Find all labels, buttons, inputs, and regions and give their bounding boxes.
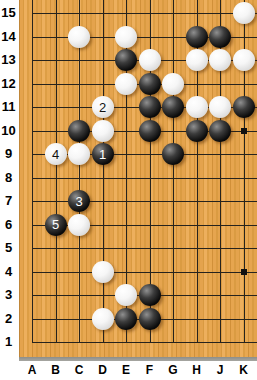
intersection-D1[interactable] [91, 330, 115, 354]
intersection-C15[interactable] [67, 1, 91, 25]
stone-black-H10[interactable] [186, 120, 208, 142]
intersection-C14[interactable] [67, 25, 91, 49]
column-label-G: G [165, 363, 181, 378]
intersection-B6[interactable]: 5 [44, 213, 68, 237]
intersection-A8[interactable] [20, 166, 44, 190]
intersection-C13[interactable] [67, 48, 91, 72]
intersection-H7[interactable] [185, 189, 209, 213]
row-label-4: 4 [0, 264, 17, 280]
intersection-B1[interactable] [44, 330, 68, 354]
intersection-J11[interactable] [208, 95, 232, 119]
intersection-H8[interactable] [185, 166, 209, 190]
stone-black-C7[interactable]: 3 [68, 190, 90, 212]
intersection-C2[interactable] [67, 307, 91, 331]
intersection-B4[interactable] [44, 260, 68, 284]
stone-black-F3[interactable] [139, 284, 161, 306]
intersection-J5[interactable] [208, 236, 232, 260]
column-label-E: E [118, 363, 134, 378]
intersection-B9[interactable]: 4 [44, 142, 68, 166]
intersection-F13[interactable] [138, 48, 162, 72]
intersection-F14[interactable] [138, 25, 162, 49]
intersection-D9[interactable]: 1 [91, 142, 115, 166]
move-number-label: 4 [52, 148, 59, 161]
intersection-B2[interactable] [44, 307, 68, 331]
stone-black-K11[interactable] [233, 96, 255, 118]
row-label-1: 1 [0, 334, 17, 350]
intersection-K9[interactable] [232, 142, 256, 166]
row-label-3: 3 [0, 287, 17, 303]
row-label-2: 2 [0, 311, 17, 327]
stone-black-F12[interactable] [139, 73, 161, 95]
intersection-A3[interactable] [20, 283, 44, 307]
intersection-B14[interactable] [44, 25, 68, 49]
intersection-D15[interactable] [91, 1, 115, 25]
column-label-A: A [24, 363, 40, 378]
intersection-D13[interactable] [91, 48, 115, 72]
intersection-C1[interactable] [67, 330, 91, 354]
intersection-H9[interactable] [185, 142, 209, 166]
intersection-F15[interactable] [138, 1, 162, 25]
stone-white-D4[interactable] [92, 261, 114, 283]
intersection-F3[interactable] [138, 283, 162, 307]
intersection-E13[interactable] [114, 48, 138, 72]
intersection-A11[interactable] [20, 95, 44, 119]
stone-black-G11[interactable] [162, 96, 184, 118]
column-label-H: H [189, 363, 205, 378]
intersection-C12[interactable] [67, 72, 91, 96]
intersection-J13[interactable] [208, 48, 232, 72]
column-label-B: B [48, 363, 64, 378]
intersection-G12[interactable] [161, 72, 185, 96]
intersection-H11[interactable] [185, 95, 209, 119]
intersection-C3[interactable] [67, 283, 91, 307]
intersection-K13[interactable] [232, 48, 256, 72]
intersection-F2[interactable] [138, 307, 162, 331]
column-label-J: J [212, 363, 228, 378]
intersection-F5[interactable] [138, 236, 162, 260]
intersection-K12[interactable] [232, 72, 256, 96]
intersection-A7[interactable] [20, 189, 44, 213]
intersection-D6[interactable] [91, 213, 115, 237]
stone-white-H11[interactable] [186, 96, 208, 118]
intersection-G8[interactable] [161, 166, 185, 190]
stone-white-F13[interactable] [139, 49, 161, 71]
intersection-K4[interactable] [232, 260, 256, 284]
row-label-5: 5 [0, 240, 17, 256]
stone-white-K15[interactable] [233, 2, 255, 24]
intersection-D8[interactable] [91, 166, 115, 190]
intersection-J6[interactable] [208, 213, 232, 237]
intersection-J4[interactable] [208, 260, 232, 284]
intersection-J14[interactable] [208, 25, 232, 49]
intersection-K1[interactable] [232, 330, 256, 354]
row-label-11: 11 [0, 99, 17, 115]
stone-black-F2[interactable] [139, 308, 161, 330]
intersection-A2[interactable] [20, 307, 44, 331]
intersection-C6[interactable] [67, 213, 91, 237]
intersection-H2[interactable] [185, 307, 209, 331]
intersection-G13[interactable] [161, 48, 185, 72]
intersection-J9[interactable] [208, 142, 232, 166]
intersection-B3[interactable] [44, 283, 68, 307]
stone-black-C10[interactable] [68, 120, 90, 142]
intersection-C5[interactable] [67, 236, 91, 260]
intersection-K2[interactable] [232, 307, 256, 331]
stone-black-E13[interactable] [115, 49, 137, 71]
intersection-H5[interactable] [185, 236, 209, 260]
intersection-J2[interactable] [208, 307, 232, 331]
intersection-A5[interactable] [20, 236, 44, 260]
move-number-label: 3 [75, 195, 82, 208]
intersection-H12[interactable] [185, 72, 209, 96]
intersection-A6[interactable] [20, 213, 44, 237]
intersection-G14[interactable] [161, 25, 185, 49]
intersection-H15[interactable] [185, 1, 209, 25]
intersection-K6[interactable] [232, 213, 256, 237]
intersection-B15[interactable] [44, 1, 68, 25]
intersection-G7[interactable] [161, 189, 185, 213]
intersection-H4[interactable] [185, 260, 209, 284]
intersection-A14[interactable] [20, 25, 44, 49]
intersection-C9[interactable] [67, 142, 91, 166]
intersection-A12[interactable] [20, 72, 44, 96]
intersection-A10[interactable] [20, 119, 44, 143]
intersection-C4[interactable] [67, 260, 91, 284]
intersection-B13[interactable] [44, 48, 68, 72]
intersection-E15[interactable] [114, 1, 138, 25]
move-number-label: 1 [99, 148, 106, 161]
stone-white-D11[interactable]: 2 [92, 96, 114, 118]
intersection-J3[interactable] [208, 283, 232, 307]
stone-white-E14[interactable] [115, 26, 137, 48]
row-label-13: 13 [0, 52, 17, 68]
intersection-F12[interactable] [138, 72, 162, 96]
stone-black-B6[interactable]: 5 [45, 214, 67, 236]
intersection-E2[interactable] [114, 307, 138, 331]
intersection-F10[interactable] [138, 119, 162, 143]
intersection-E9[interactable] [114, 142, 138, 166]
stone-black-F10[interactable] [139, 120, 161, 142]
intersection-G9[interactable] [161, 142, 185, 166]
stone-black-J14[interactable] [209, 26, 231, 48]
intersection-H1[interactable] [185, 330, 209, 354]
intersection-G2[interactable] [161, 307, 185, 331]
row-label-6: 6 [0, 217, 17, 233]
column-label-C: C [71, 363, 87, 378]
intersection-E6[interactable] [114, 213, 138, 237]
intersection-G10[interactable] [161, 119, 185, 143]
row-label-9: 9 [0, 146, 17, 162]
column-label-F: F [142, 363, 158, 378]
intersection-C8[interactable] [67, 166, 91, 190]
intersection-J15[interactable] [208, 1, 232, 25]
intersection-D4[interactable] [91, 260, 115, 284]
intersection-C10[interactable] [67, 119, 91, 143]
stone-black-E2[interactable] [115, 308, 137, 330]
intersection-A15[interactable] [20, 1, 44, 25]
intersection-E7[interactable] [114, 189, 138, 213]
stone-black-H14[interactable] [186, 26, 208, 48]
row-label-10: 10 [0, 123, 17, 139]
intersection-J7[interactable] [208, 189, 232, 213]
intersection-F9[interactable] [138, 142, 162, 166]
intersection-B8[interactable] [44, 166, 68, 190]
intersection-K5[interactable] [232, 236, 256, 260]
go-board-viewer: 24135 151413121110987654321 ABCDEFGHJK [0, 0, 257, 380]
intersection-F8[interactable] [138, 166, 162, 190]
intersection-F6[interactable] [138, 213, 162, 237]
move-number-label: 2 [99, 101, 106, 114]
intersection-D2[interactable] [91, 307, 115, 331]
intersection-K10[interactable] [232, 119, 256, 143]
intersection-H13[interactable] [185, 48, 209, 72]
intersection-E1[interactable] [114, 330, 138, 354]
intersection-H10[interactable] [185, 119, 209, 143]
intersection-K8[interactable] [232, 166, 256, 190]
intersection-A9[interactable] [20, 142, 44, 166]
stone-white-D2[interactable] [92, 308, 114, 330]
intersection-E3[interactable] [114, 283, 138, 307]
row-label-8: 8 [0, 170, 17, 186]
board-edge-shadow [19, 357, 257, 361]
intersection-G6[interactable] [161, 213, 185, 237]
intersection-D3[interactable] [91, 283, 115, 307]
intersection-C7[interactable]: 3 [67, 189, 91, 213]
intersection-G11[interactable] [161, 95, 185, 119]
intersection-D10[interactable] [91, 119, 115, 143]
intersection-F11[interactable] [138, 95, 162, 119]
intersection-J10[interactable] [208, 119, 232, 143]
intersection-E5[interactable] [114, 236, 138, 260]
stone-black-F11[interactable] [139, 96, 161, 118]
stone-white-K13[interactable] [233, 49, 255, 71]
intersection-B5[interactable] [44, 236, 68, 260]
intersection-F1[interactable] [138, 330, 162, 354]
intersection-E10[interactable] [114, 119, 138, 143]
stone-white-D10[interactable] [92, 120, 114, 142]
stone-black-D9[interactable]: 1 [92, 143, 114, 165]
intersection-C11[interactable] [67, 95, 91, 119]
intersection-J8[interactable] [208, 166, 232, 190]
intersection-J1[interactable] [208, 330, 232, 354]
intersection-J12[interactable] [208, 72, 232, 96]
intersection-G1[interactable] [161, 330, 185, 354]
intersection-G4[interactable] [161, 260, 185, 284]
row-label-7: 7 [0, 193, 17, 209]
stone-white-B9[interactable]: 4 [45, 143, 67, 165]
intersection-B11[interactable] [44, 95, 68, 119]
intersection-H14[interactable] [185, 25, 209, 49]
column-label-K: K [236, 363, 252, 378]
column-label-D: D [95, 363, 111, 378]
intersection-E14[interactable] [114, 25, 138, 49]
intersection-F4[interactable] [138, 260, 162, 284]
stone-white-J11[interactable] [209, 96, 231, 118]
stone-white-E3[interactable] [115, 284, 137, 306]
intersection-D7[interactable] [91, 189, 115, 213]
intersection-G5[interactable] [161, 236, 185, 260]
intersection-A4[interactable] [20, 260, 44, 284]
stone-white-H13[interactable] [186, 49, 208, 71]
intersection-B7[interactable] [44, 189, 68, 213]
row-label-12: 12 [0, 76, 17, 92]
intersection-H3[interactable] [185, 283, 209, 307]
stone-white-E12[interactable] [115, 73, 137, 95]
move-number-label: 5 [52, 218, 59, 231]
row-label-14: 14 [0, 29, 17, 45]
intersection-K7[interactable] [232, 189, 256, 213]
intersection-G15[interactable] [161, 1, 185, 25]
stone-white-C6[interactable] [68, 214, 90, 236]
stone-white-C9[interactable] [68, 143, 90, 165]
intersection-A1[interactable] [20, 330, 44, 354]
stone-black-G9[interactable] [162, 143, 184, 165]
intersection-D12[interactable] [91, 72, 115, 96]
intersection-E11[interactable] [114, 95, 138, 119]
intersection-K11[interactable] [232, 95, 256, 119]
go-board-grid: 24135 [20, 1, 255, 354]
intersection-D11[interactable]: 2 [91, 95, 115, 119]
intersection-E4[interactable] [114, 260, 138, 284]
intersection-G3[interactable] [161, 283, 185, 307]
stone-white-G12[interactable] [162, 73, 184, 95]
intersection-K14[interactable] [232, 25, 256, 49]
intersection-K15[interactable] [232, 1, 256, 25]
intersection-D5[interactable] [91, 236, 115, 260]
intersection-A13[interactable] [20, 48, 44, 72]
intersection-K3[interactable] [232, 283, 256, 307]
intersection-E8[interactable] [114, 166, 138, 190]
stone-white-C14[interactable] [68, 26, 90, 48]
row-label-15: 15 [0, 5, 17, 21]
stone-white-J13[interactable] [209, 49, 231, 71]
intersection-F7[interactable] [138, 189, 162, 213]
intersection-D14[interactable] [91, 25, 115, 49]
intersection-B12[interactable] [44, 72, 68, 96]
intersection-H6[interactable] [185, 213, 209, 237]
intersection-E12[interactable] [114, 72, 138, 96]
stone-black-J10[interactable] [209, 120, 231, 142]
intersection-B10[interactable] [44, 119, 68, 143]
